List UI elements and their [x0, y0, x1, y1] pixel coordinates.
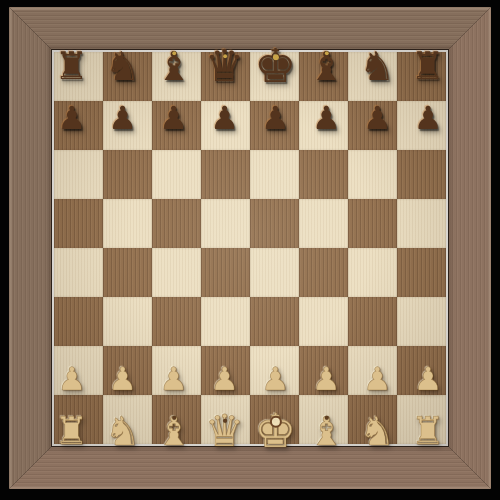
piece-white-bishop[interactable]: ♝ — [302, 406, 351, 455]
square-e2[interactable]: ♟ — [250, 346, 299, 395]
square-a5[interactable] — [54, 199, 103, 248]
square-g7[interactable]: ♟ — [348, 101, 397, 150]
square-c4[interactable] — [152, 248, 201, 297]
square-d4[interactable] — [201, 248, 250, 297]
square-h3[interactable] — [397, 297, 446, 346]
square-c7[interactable]: ♟ — [152, 101, 201, 150]
piece-white-pawn[interactable]: ♟ — [251, 354, 300, 403]
square-c2[interactable]: ♟ — [152, 346, 201, 395]
chess-board: ♜♞♝♛♚♝♞♜♟♟♟♟♟♟♟♟♟♟♟♟♟♟♟♟♜♞♝♛♚♝♞♜ — [9, 7, 491, 489]
piece-white-knight[interactable]: ♞ — [98, 406, 147, 455]
square-g2[interactable]: ♟ — [348, 346, 397, 395]
piece-black-rook[interactable]: ♜ — [404, 41, 453, 90]
finial-dot — [223, 54, 227, 58]
piece-white-pawn[interactable]: ♟ — [98, 354, 147, 403]
square-h5[interactable] — [397, 199, 446, 248]
piece-white-bishop[interactable]: ♝ — [149, 406, 198, 455]
square-d6[interactable] — [201, 150, 250, 199]
square-h4[interactable] — [397, 248, 446, 297]
square-b5[interactable] — [103, 199, 152, 248]
finial-dot — [223, 418, 227, 422]
square-c6[interactable] — [152, 150, 201, 199]
square-d5[interactable] — [201, 199, 250, 248]
piece-white-pawn[interactable]: ♟ — [404, 354, 453, 403]
piece-white-king[interactable]: ♚ — [251, 406, 300, 455]
square-e4[interactable] — [250, 248, 299, 297]
square-d7[interactable]: ♟ — [201, 101, 250, 150]
metal-inlay-line: ♜♞♝♛♚♝♞♜♟♟♟♟♟♟♟♟♟♟♟♟♟♟♟♟♜♞♝♛♚♝♞♜ — [52, 50, 448, 446]
piece-black-pawn[interactable]: ♟ — [404, 93, 453, 142]
square-b4[interactable] — [103, 248, 152, 297]
piece-black-rook[interactable]: ♜ — [47, 41, 96, 90]
piece-black-pawn[interactable]: ♟ — [47, 93, 96, 142]
piece-black-pawn[interactable]: ♟ — [98, 93, 147, 142]
square-d2[interactable]: ♟ — [201, 346, 250, 395]
board-photo: ♜♞♝♛♚♝♞♜♟♟♟♟♟♟♟♟♟♟♟♟♟♟♟♟♜♞♝♛♚♝♞♜ — [0, 0, 500, 500]
square-b7[interactable]: ♟ — [103, 101, 152, 150]
finial-dot — [269, 416, 281, 428]
piece-white-pawn[interactable]: ♟ — [200, 354, 249, 403]
square-h2[interactable]: ♟ — [397, 346, 446, 395]
square-f5[interactable] — [299, 199, 348, 248]
board-frame-right — [448, 7, 491, 489]
piece-black-queen[interactable]: ♛ — [200, 41, 249, 90]
square-b3[interactable] — [103, 297, 152, 346]
piece-white-pawn[interactable]: ♟ — [47, 354, 96, 403]
piece-white-pawn[interactable]: ♟ — [302, 354, 351, 403]
finial-dot — [172, 51, 176, 55]
square-f3[interactable] — [299, 297, 348, 346]
square-g6[interactable] — [348, 150, 397, 199]
square-h6[interactable] — [397, 150, 446, 199]
piece-black-bishop[interactable]: ♝ — [302, 41, 351, 90]
square-e7[interactable]: ♟ — [250, 101, 299, 150]
finial-dot — [272, 54, 278, 60]
piece-white-queen[interactable]: ♛ — [200, 406, 249, 455]
square-a2[interactable]: ♟ — [54, 346, 103, 395]
piece-black-pawn[interactable]: ♟ — [302, 93, 351, 142]
square-e3[interactable] — [250, 297, 299, 346]
square-c5[interactable] — [152, 199, 201, 248]
square-f6[interactable] — [299, 150, 348, 199]
piece-white-pawn[interactable]: ♟ — [149, 354, 198, 403]
piece-white-knight[interactable]: ♞ — [353, 406, 402, 455]
piece-black-king[interactable]: ♚ — [251, 41, 300, 90]
square-h7[interactable]: ♟ — [397, 101, 446, 150]
piece-white-rook[interactable]: ♜ — [47, 406, 96, 455]
square-e1[interactable]: ♚ — [250, 395, 299, 444]
piece-black-pawn[interactable]: ♟ — [149, 93, 198, 142]
square-a3[interactable] — [54, 297, 103, 346]
square-g3[interactable] — [348, 297, 397, 346]
finial-dot — [172, 416, 176, 420]
squares-grid: ♜♞♝♛♚♝♞♜♟♟♟♟♟♟♟♟♟♟♟♟♟♟♟♟♜♞♝♛♚♝♞♜ — [54, 52, 446, 444]
square-g5[interactable] — [348, 199, 397, 248]
finial-dot — [324, 51, 328, 55]
square-d3[interactable] — [201, 297, 250, 346]
piece-black-bishop[interactable]: ♝ — [149, 41, 198, 90]
square-f2[interactable]: ♟ — [299, 346, 348, 395]
piece-black-knight[interactable]: ♞ — [98, 41, 147, 90]
piece-white-pawn[interactable]: ♟ — [353, 354, 402, 403]
finial-dot — [324, 416, 328, 420]
square-a7[interactable]: ♟ — [54, 101, 103, 150]
piece-black-pawn[interactable]: ♟ — [353, 93, 402, 142]
square-f7[interactable]: ♟ — [299, 101, 348, 150]
square-e6[interactable] — [250, 150, 299, 199]
square-b2[interactable]: ♟ — [103, 346, 152, 395]
square-f4[interactable] — [299, 248, 348, 297]
piece-white-rook[interactable]: ♜ — [404, 406, 453, 455]
square-b6[interactable] — [103, 150, 152, 199]
piece-black-pawn[interactable]: ♟ — [200, 93, 249, 142]
piece-black-knight[interactable]: ♞ — [353, 41, 402, 90]
piece-black-pawn[interactable]: ♟ — [251, 93, 300, 142]
board-frame-left — [9, 7, 52, 489]
square-c3[interactable] — [152, 297, 201, 346]
square-a6[interactable] — [54, 150, 103, 199]
square-g4[interactable] — [348, 248, 397, 297]
square-a4[interactable] — [54, 248, 103, 297]
square-e5[interactable] — [250, 199, 299, 248]
